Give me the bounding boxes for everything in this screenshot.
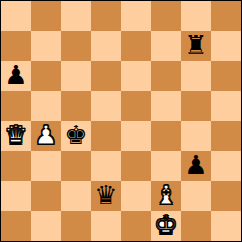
square-c7[interactable] [61,31,91,61]
square-h8[interactable] [211,1,241,31]
square-g2[interactable] [181,181,211,211]
square-f3[interactable] [151,151,181,181]
square-h1[interactable] [211,211,241,241]
square-e7[interactable] [121,31,151,61]
square-e3[interactable] [121,151,151,181]
square-c5[interactable] [61,91,91,121]
square-b3[interactable] [31,151,61,181]
square-d6[interactable] [91,61,121,91]
square-c8[interactable] [61,1,91,31]
square-g4[interactable] [181,121,211,151]
square-b1[interactable] [31,211,61,241]
chess-board-frame: ♜♟♛♟♚♟♛♝♚ [0,0,242,242]
square-b8[interactable] [31,1,61,31]
square-d7[interactable] [91,31,121,61]
square-g3[interactable]: ♟ [181,151,211,181]
square-d1[interactable] [91,211,121,241]
square-a6[interactable]: ♟ [1,61,31,91]
square-a8[interactable] [1,1,31,31]
square-b7[interactable] [31,31,61,61]
square-h3[interactable] [211,151,241,181]
square-b4[interactable]: ♟ [31,121,61,151]
white-king[interactable]: ♚ [154,212,177,238]
square-g8[interactable] [181,1,211,31]
square-f7[interactable] [151,31,181,61]
square-f6[interactable] [151,61,181,91]
square-a5[interactable] [1,91,31,121]
square-b2[interactable] [31,181,61,211]
square-f2[interactable]: ♝ [151,181,181,211]
square-e8[interactable] [121,1,151,31]
square-c1[interactable] [61,211,91,241]
square-f1[interactable]: ♚ [151,211,181,241]
square-h5[interactable] [211,91,241,121]
square-h7[interactable] [211,31,241,61]
square-e4[interactable] [121,121,151,151]
square-d4[interactable] [91,121,121,151]
square-c2[interactable] [61,181,91,211]
square-e5[interactable] [121,91,151,121]
square-b6[interactable] [31,61,61,91]
square-e6[interactable] [121,61,151,91]
square-a4[interactable]: ♛ [1,121,31,151]
square-f4[interactable] [151,121,181,151]
square-a3[interactable] [1,151,31,181]
black-queen[interactable]: ♛ [94,182,117,208]
white-bishop[interactable]: ♝ [154,182,177,208]
square-g6[interactable] [181,61,211,91]
square-e2[interactable] [121,181,151,211]
square-h6[interactable] [211,61,241,91]
square-g5[interactable] [181,91,211,121]
black-pawn[interactable]: ♟ [184,152,207,178]
square-g7[interactable]: ♜ [181,31,211,61]
square-a1[interactable] [1,211,31,241]
square-b5[interactable] [31,91,61,121]
white-queen[interactable]: ♛ [4,122,27,148]
square-c6[interactable] [61,61,91,91]
black-rook[interactable]: ♜ [184,32,207,58]
square-h2[interactable] [211,181,241,211]
square-c3[interactable] [61,151,91,181]
chess-board: ♜♟♛♟♚♟♛♝♚ [1,1,241,241]
square-e1[interactable] [121,211,151,241]
square-g1[interactable] [181,211,211,241]
square-f8[interactable] [151,1,181,31]
square-a2[interactable] [1,181,31,211]
black-pawn[interactable]: ♟ [4,62,27,88]
square-d8[interactable] [91,1,121,31]
square-d3[interactable] [91,151,121,181]
square-d2[interactable]: ♛ [91,181,121,211]
square-h4[interactable] [211,121,241,151]
square-d5[interactable] [91,91,121,121]
white-pawn[interactable]: ♟ [34,122,57,148]
square-f5[interactable] [151,91,181,121]
square-a7[interactable] [1,31,31,61]
black-king[interactable]: ♚ [64,122,87,148]
square-c4[interactable]: ♚ [61,121,91,151]
